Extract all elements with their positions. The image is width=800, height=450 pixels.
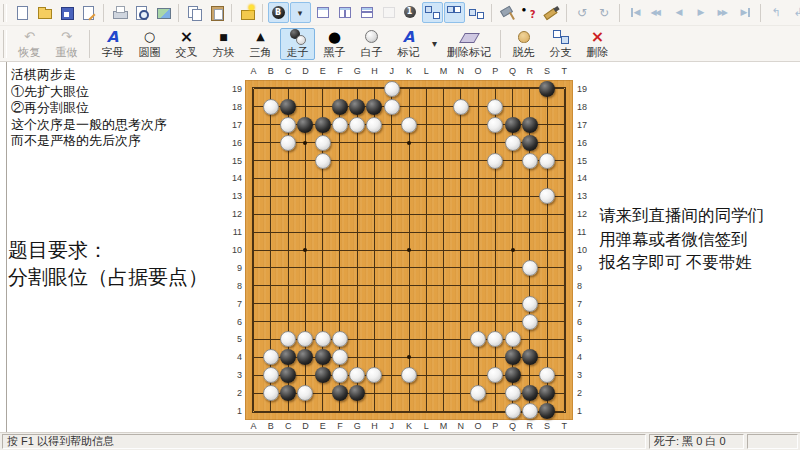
letter-mark-label: 字母 (102, 46, 124, 58)
stone-black-H18 (366, 99, 382, 115)
col-label-bottom-S: S (544, 421, 550, 431)
stone-black-C4 (280, 349, 296, 365)
show-move-numbers-button[interactable] (400, 2, 421, 23)
star-point-Q10 (511, 248, 515, 252)
row-label-right-6: 6 (577, 317, 593, 327)
stone-black-E17 (315, 117, 331, 133)
row-label-right-13: 13 (577, 191, 593, 201)
stone-black-S19 (539, 81, 555, 97)
stone-white-J19 (384, 81, 400, 97)
export-image-button[interactable] (153, 2, 174, 23)
left-annotation: 活棋两步走 ①先扩大眼位 ②再分割眼位 这个次序是一般的思考次序 而不是严格的先… (11, 67, 167, 150)
grid-line (478, 89, 479, 411)
play-move-button[interactable]: 走子 (280, 28, 315, 60)
problem-tools-button[interactable] (497, 2, 518, 23)
toolbar-separator (178, 4, 179, 22)
paste-button[interactable] (206, 2, 227, 23)
stone-white-E16 (315, 135, 331, 151)
col-label-bottom-C: C (285, 421, 292, 431)
stone-white-D2 (297, 385, 313, 401)
nav-first-button[interactable] (625, 2, 646, 23)
stone-white-B4 (263, 349, 279, 365)
toolbar-main (0, 0, 800, 26)
split-grid-button[interactable] (378, 2, 399, 23)
col-label-bottom-F: F (337, 421, 343, 431)
toolbar-separator (566, 4, 567, 22)
nav-back-button[interactable] (669, 2, 690, 23)
stone-white-S3 (539, 367, 555, 383)
copy-button[interactable] (184, 2, 205, 23)
toolbar-edit: 恢复重做字母圆圈交叉方块三角走子黑子白子标记删除标记脱先分支删除 (0, 26, 800, 62)
nav-fast-forward-icon (715, 4, 732, 21)
nav-fast-forward-button[interactable] (713, 2, 734, 23)
undo-label: 恢复 (19, 46, 41, 58)
col-label-bottom-K: K (406, 421, 412, 431)
col-label-bottom-M: M (440, 421, 448, 431)
copy-icon (186, 4, 203, 21)
print-button[interactable] (109, 2, 130, 23)
branch-previous-button[interactable] (788, 2, 800, 23)
nav-forward-button[interactable] (691, 2, 712, 23)
stone-black-G18 (349, 99, 365, 115)
col-label-bottom-A: A (251, 421, 257, 431)
stone-white-E5 (315, 331, 331, 347)
status-help-text: 按 F1 以得到帮助信息 (2, 434, 646, 449)
circle-mark-label: 圆圈 (139, 46, 161, 58)
right-annotation: 请来到直播间的同学们 用弹幕或者微信签到 报名字即可 不要带姓 (599, 204, 764, 275)
col-label-bottom-L: L (424, 421, 429, 431)
col-label-bottom-E: E (320, 421, 326, 431)
col-label-bottom-Q: Q (509, 421, 516, 431)
star-point-K10 (407, 248, 411, 252)
toolbar-separator (500, 30, 501, 58)
col-label-top-B: B (268, 66, 274, 76)
dead-stones-counter: 死子: 黑 0 白 0 (649, 434, 744, 449)
stone-white-F5 (332, 331, 348, 347)
row-label-left-16: 16 (226, 138, 242, 148)
stone-white-B3 (263, 367, 279, 383)
row-label-left-13: 13 (226, 191, 242, 201)
col-label-top-P: P (492, 66, 498, 76)
col-label-top-Q: Q (509, 66, 516, 76)
stone-black-F2 (332, 385, 348, 401)
print-preview-button[interactable] (131, 2, 152, 23)
stone-white-S15 (539, 153, 555, 169)
grid-line (254, 267, 565, 268)
toolbar-separator (619, 4, 620, 22)
row-label-right-8: 8 (577, 281, 593, 291)
row-label-right-5: 5 (577, 334, 593, 344)
next-move-color-button[interactable] (268, 2, 289, 23)
col-label-bottom-G: G (354, 421, 361, 431)
stone-white-Q5 (505, 331, 521, 347)
grid-line (460, 89, 461, 411)
stone-black-Q17 (505, 117, 521, 133)
row-label-right-17: 17 (577, 120, 593, 130)
nav-last-button[interactable] (735, 2, 756, 23)
stone-white-G3 (349, 367, 365, 383)
toolbar-separator (89, 30, 90, 58)
split-horizontal-icon (358, 4, 375, 21)
stone-white-C17 (280, 117, 296, 133)
col-label-top-K: K (406, 66, 412, 76)
branch-previous-icon (793, 5, 800, 21)
row-label-right-7: 7 (577, 299, 593, 309)
col-label-bottom-N: N (458, 421, 465, 431)
split-horizontal-button[interactable] (356, 2, 377, 23)
place-black-button[interactable]: 黑子 (317, 28, 352, 60)
row-label-left-15: 15 (226, 156, 242, 166)
row-label-left-6: 6 (226, 317, 242, 327)
export-image-icon (155, 4, 172, 21)
col-label-top-R: R (527, 66, 534, 76)
stone-black-C2 (280, 385, 296, 401)
grid-line (426, 89, 427, 411)
stone-white-S13 (539, 188, 555, 204)
col-label-bottom-O: O (475, 421, 482, 431)
col-label-top-C: C (285, 66, 292, 76)
tenuki-icon (515, 29, 533, 45)
stone-white-P5 (487, 331, 503, 347)
col-label-top-T: T (562, 66, 568, 76)
open-file-button[interactable] (34, 2, 55, 23)
branch-up-icon (771, 5, 780, 21)
col-label-bottom-J: J (389, 421, 394, 431)
letter-mark-icon (107, 29, 119, 45)
toolbar-separator (231, 4, 232, 22)
label-mark-button[interactable]: 标记 (391, 28, 426, 60)
stone-white-K17 (401, 117, 417, 133)
wide-tree-view-button[interactable] (466, 2, 487, 23)
grid-line (495, 89, 496, 411)
row-label-right-12: 12 (577, 209, 593, 219)
col-label-top-D: D (302, 66, 309, 76)
game-tree-view-button[interactable] (422, 2, 443, 23)
toolbar-separator (103, 4, 104, 22)
square-mark-icon (219, 29, 228, 45)
stone-black-Q4 (505, 349, 521, 365)
col-label-top-J: J (389, 66, 394, 76)
stone-white-P17 (487, 117, 503, 133)
stone-black-C18 (280, 99, 296, 115)
stone-white-R9 (522, 260, 538, 276)
redo-button[interactable]: 重做 (49, 28, 84, 60)
stone-white-K3 (401, 367, 417, 383)
row-label-left-19: 19 (226, 84, 242, 94)
triangle-mark-icon (256, 29, 264, 45)
row-label-left-10: 10 (226, 245, 242, 255)
stone-white-C16 (280, 135, 296, 151)
row-label-right-15: 15 (577, 156, 593, 166)
split-grid-icon (380, 4, 397, 21)
undo-button[interactable]: 恢复 (12, 28, 47, 60)
toolbar-separator (491, 4, 492, 22)
stone-black-S1 (539, 403, 555, 419)
guess-mode-button[interactable] (519, 2, 540, 23)
split-vertical-button[interactable] (334, 2, 355, 23)
stone-black-E4 (315, 349, 331, 365)
circle-mark-button[interactable]: 圆圈 (132, 28, 167, 60)
stone-white-R7 (522, 296, 538, 312)
place-black-label: 黑子 (324, 46, 346, 58)
col-label-top-M: M (440, 66, 448, 76)
grid-line (254, 303, 565, 304)
rotate-right-button[interactable] (594, 2, 615, 23)
stone-black-S2 (539, 385, 555, 401)
triangle-mark-button[interactable]: 三角 (243, 28, 278, 60)
label-mark-label: 标记 (398, 46, 420, 58)
row-label-right-1: 1 (577, 406, 593, 416)
delete-button[interactable]: 删除 (580, 28, 615, 60)
next-move-color-icon (270, 4, 287, 21)
print-icon (111, 4, 128, 21)
col-label-top-S: S (544, 66, 550, 76)
game-info-button[interactable] (237, 2, 258, 23)
stone-white-G17 (349, 117, 365, 133)
stone-white-D5 (297, 331, 313, 347)
guess-mode-icon (521, 4, 538, 21)
grid-line (564, 89, 565, 411)
col-label-top-H: H (371, 66, 378, 76)
place-white-button[interactable]: 白子 (354, 28, 389, 60)
stone-white-H3 (366, 367, 382, 383)
place-white-label: 白子 (361, 46, 383, 58)
star-point-K16 (407, 141, 411, 145)
redo-icon (61, 29, 72, 45)
board-style-icon (543, 4, 560, 21)
go-editor-window: 恢复重做字母圆圈交叉方块三角走子黑子白子标记删除标记脱先分支删除 活棋两步走 ①… (0, 0, 800, 450)
rotate-left-icon (577, 5, 587, 21)
redo-label: 重做 (56, 46, 78, 58)
nav-last-icon (737, 4, 754, 21)
delete-icon (591, 29, 604, 45)
nav-forward-icon (693, 4, 710, 21)
stone-white-R15 (522, 153, 538, 169)
row-label-right-16: 16 (577, 138, 593, 148)
row-label-right-9: 9 (577, 263, 593, 273)
board-style-button[interactable] (541, 2, 562, 23)
row-label-left-18: 18 (226, 102, 242, 112)
letter-mark-button[interactable]: 字母 (95, 28, 130, 60)
row-label-left-7: 7 (226, 299, 242, 309)
branch-label: 分支 (550, 46, 572, 58)
nav-back-icon (671, 4, 688, 21)
row-label-left-8: 8 (226, 281, 242, 291)
stone-white-F4 (332, 349, 348, 365)
grid-line (254, 321, 565, 322)
wide-tree-view-icon (468, 4, 485, 21)
delete-mark-button[interactable]: 删除标记 (443, 28, 495, 60)
stone-white-N18 (453, 99, 469, 115)
stone-black-C3 (280, 367, 296, 383)
stone-white-P15 (487, 153, 503, 169)
stone-white-R1 (522, 403, 538, 419)
place-black-icon (328, 29, 341, 45)
col-label-bottom-T: T (562, 421, 568, 431)
compact-tree-view-icon (446, 4, 463, 21)
save-as-icon (80, 4, 97, 21)
col-label-top-F: F (337, 66, 343, 76)
branch-up-button[interactable] (766, 2, 787, 23)
col-label-top-O: O (475, 66, 482, 76)
stone-white-R6 (522, 314, 538, 330)
stone-black-G2 (349, 385, 365, 401)
stone-white-Q1 (505, 403, 521, 419)
row-label-left-5: 5 (226, 334, 242, 344)
toolbar-separator (760, 4, 761, 22)
col-label-top-L: L (424, 66, 429, 76)
status-extra-panel (747, 434, 798, 449)
row-label-left-11: 11 (226, 227, 242, 237)
tenuki-button[interactable]: 脱先 (506, 28, 541, 60)
save-file-icon (58, 4, 75, 21)
stone-black-Q3 (505, 367, 521, 383)
branch-icon (552, 29, 570, 45)
col-label-top-G: G (354, 66, 361, 76)
cross-mark-label: 交叉 (176, 46, 198, 58)
stone-white-B2 (263, 385, 279, 401)
row-label-left-3: 3 (226, 370, 242, 380)
stone-black-R4 (522, 349, 538, 365)
star-point-D16 (303, 141, 307, 145)
row-label-right-18: 18 (577, 102, 593, 112)
open-file-icon (36, 4, 53, 21)
stone-white-B18 (263, 99, 279, 115)
go-board[interactable] (245, 80, 573, 420)
nav-fast-back-button[interactable] (647, 2, 668, 23)
game-info-icon (239, 4, 256, 21)
toolbar-edit-grip[interactable] (3, 30, 7, 58)
delete-mark-label: 删除标记 (447, 46, 491, 58)
compact-tree-view-button[interactable] (444, 2, 465, 23)
split-vertical-icon (336, 4, 353, 21)
branch-button[interactable]: 分支 (543, 28, 578, 60)
delete-label: 删除 (587, 46, 609, 58)
nav-fast-back-icon (649, 4, 666, 21)
stone-white-P18 (487, 99, 503, 115)
circle-mark-icon (144, 29, 155, 45)
paste-icon (208, 4, 225, 21)
row-label-right-3: 3 (577, 370, 593, 380)
stone-white-E15 (315, 153, 331, 169)
grid-line (547, 89, 548, 411)
stone-black-R17 (522, 117, 538, 133)
game-tree-view-icon (424, 4, 441, 21)
col-label-bottom-B: B (268, 421, 274, 431)
stone-white-H17 (366, 117, 382, 133)
undo-icon (24, 29, 35, 45)
stone-white-Q2 (505, 385, 521, 401)
mark-dropdown-icon (432, 36, 437, 52)
col-label-top-N: N (458, 66, 465, 76)
stone-white-O2 (470, 385, 486, 401)
row-label-right-11: 11 (577, 227, 593, 237)
stone-white-F3 (332, 367, 348, 383)
toolbar-main-grip[interactable] (3, 4, 7, 22)
label-mark-icon (403, 29, 415, 45)
stone-black-F18 (332, 99, 348, 115)
next-move-color-dropdown-button[interactable] (290, 2, 311, 23)
rotate-right-icon (599, 5, 609, 21)
triangle-mark-label: 三角 (250, 46, 272, 58)
col-label-top-E: E (320, 66, 326, 76)
save-file-button[interactable] (56, 2, 77, 23)
row-label-left-17: 17 (226, 120, 242, 130)
row-label-left-9: 9 (226, 263, 242, 273)
stone-black-E3 (315, 367, 331, 383)
square-mark-button[interactable]: 方块 (206, 28, 241, 60)
task-annotation: 题目要求： 分割眼位（占据要点） (8, 237, 208, 291)
stone-white-F17 (332, 117, 348, 133)
row-label-right-2: 2 (577, 388, 593, 398)
row-label-right-19: 19 (577, 84, 593, 94)
cross-mark-button[interactable]: 交叉 (169, 28, 204, 60)
row-label-right-10: 10 (577, 245, 593, 255)
play-move-icon (289, 29, 307, 45)
grid-line (254, 285, 565, 286)
place-white-icon (363, 29, 381, 45)
tenuki-label: 脱先 (513, 46, 535, 58)
popup-board-window-button[interactable] (312, 2, 333, 23)
play-move-label: 走子 (287, 46, 309, 58)
row-label-left-14: 14 (226, 173, 242, 183)
nav-first-icon (627, 4, 644, 21)
star-point-D10 (303, 248, 307, 252)
problem-tools-icon (499, 4, 516, 21)
stone-white-P3 (487, 367, 503, 383)
stone-black-R16 (522, 135, 538, 151)
col-label-bottom-H: H (371, 421, 378, 431)
col-label-top-A: A (251, 66, 257, 76)
stone-white-Q16 (505, 135, 521, 151)
toolbar-separator (262, 4, 263, 22)
stone-white-J18 (384, 99, 400, 115)
row-label-left-2: 2 (226, 388, 242, 398)
print-preview-icon (133, 4, 150, 21)
new-file-button[interactable] (12, 2, 33, 23)
popup-board-window-icon (314, 4, 331, 21)
status-bar: 按 F1 以得到帮助信息 死子: 黑 0 白 0 (0, 432, 800, 450)
row-label-left-4: 4 (226, 352, 242, 362)
rotate-left-button[interactable] (572, 2, 593, 23)
stone-black-D4 (297, 349, 313, 365)
star-point-K4 (407, 355, 411, 359)
col-label-bottom-R: R (527, 421, 534, 431)
show-move-numbers-icon (402, 4, 419, 21)
panel-divider (6, 62, 7, 432)
mark-dropdown-button[interactable] (428, 28, 441, 60)
new-file-icon (14, 4, 31, 21)
row-label-left-12: 12 (226, 209, 242, 219)
next-move-color-dropdown-icon (292, 4, 309, 21)
row-label-right-4: 4 (577, 352, 593, 362)
stone-white-C5 (280, 331, 296, 347)
stone-black-D17 (297, 117, 313, 133)
col-label-bottom-P: P (492, 421, 498, 431)
row-label-left-1: 1 (226, 406, 242, 416)
row-label-right-14: 14 (577, 173, 593, 183)
save-as-button[interactable] (78, 2, 99, 23)
cross-mark-icon (180, 29, 193, 45)
stone-black-R2 (522, 385, 538, 401)
square-mark-label: 方块 (213, 46, 235, 58)
col-label-bottom-D: D (302, 421, 309, 431)
delete-mark-icon (460, 29, 478, 45)
stone-white-O5 (470, 331, 486, 347)
grid-line (443, 89, 444, 411)
